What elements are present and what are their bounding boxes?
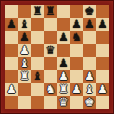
square-e7[interactable] <box>57 18 70 31</box>
piece-black-pawn: ♟ <box>58 57 68 70</box>
square-h6[interactable] <box>96 31 109 44</box>
square-d5[interactable]: ♛ <box>44 44 57 57</box>
chess-board: ♜♜♚♟♝♟♟♟♟♟♞♟♛♝♟♜♝♟♟♟♞♜♟♝♟♛♚ <box>5 5 109 109</box>
square-a1[interactable] <box>5 96 18 109</box>
square-g1[interactable]: ♚ <box>83 96 96 109</box>
piece-black-pawn: ♟ <box>84 18 94 31</box>
piece-white-king: ♚ <box>84 96 94 109</box>
square-b1[interactable] <box>18 96 31 109</box>
piece-white-pawn: ♟ <box>58 70 68 83</box>
square-c4[interactable] <box>31 57 44 70</box>
square-a7[interactable]: ♟ <box>5 18 18 31</box>
piece-white-queen: ♛ <box>58 96 68 109</box>
square-h3[interactable] <box>96 70 109 83</box>
square-d7[interactable] <box>44 18 57 31</box>
square-e8[interactable] <box>57 5 70 18</box>
square-e4[interactable]: ♟ <box>57 57 70 70</box>
square-f8[interactable] <box>70 5 83 18</box>
piece-black-queen: ♛ <box>45 44 55 57</box>
piece-black-pawn: ♟ <box>97 18 107 31</box>
square-e6[interactable]: ♟ <box>57 31 70 44</box>
square-d1[interactable] <box>44 96 57 109</box>
piece-white-pawn: ♟ <box>19 44 29 57</box>
piece-black-bishop: ♝ <box>32 70 42 83</box>
piece-black-pawn: ♟ <box>6 18 16 31</box>
square-e5[interactable] <box>57 44 70 57</box>
square-d6[interactable] <box>44 31 57 44</box>
square-d4[interactable] <box>44 57 57 70</box>
piece-black-king: ♚ <box>84 5 94 18</box>
square-g4[interactable] <box>83 57 96 70</box>
piece-black-knight: ♞ <box>71 31 81 44</box>
square-h8[interactable] <box>96 5 109 18</box>
square-f1[interactable] <box>70 96 83 109</box>
square-b6[interactable]: ♟ <box>18 31 31 44</box>
piece-white-rook: ♜ <box>58 83 68 96</box>
chess-screenshot: ♜♜♚♟♝♟♟♟♟♟♞♟♛♝♟♜♝♟♟♟♞♜♟♝♟♛♚ <box>0 0 114 114</box>
piece-black-pawn: ♟ <box>58 31 68 44</box>
piece-black-pawn: ♟ <box>71 18 81 31</box>
piece-white-knight: ♞ <box>45 83 55 96</box>
square-a8[interactable] <box>5 5 18 18</box>
square-c8[interactable]: ♜ <box>31 5 44 18</box>
square-a6[interactable] <box>5 31 18 44</box>
square-a2[interactable]: ♟ <box>5 83 18 96</box>
square-d3[interactable] <box>44 70 57 83</box>
piece-white-pawn: ♟ <box>84 70 94 83</box>
square-a3[interactable] <box>5 70 18 83</box>
square-h5[interactable] <box>96 44 109 57</box>
piece-white-pawn: ♟ <box>97 83 107 96</box>
square-f7[interactable]: ♟ <box>70 18 83 31</box>
square-f3[interactable] <box>70 70 83 83</box>
square-f6[interactable]: ♞ <box>70 31 83 44</box>
piece-black-rook: ♜ <box>45 5 55 18</box>
piece-white-bishop: ♝ <box>19 57 29 70</box>
piece-black-rook: ♜ <box>32 5 42 18</box>
square-c1[interactable] <box>31 96 44 109</box>
piece-white-rook: ♜ <box>19 70 29 83</box>
piece-white-pawn: ♟ <box>71 83 81 96</box>
square-e3[interactable]: ♟ <box>57 70 70 83</box>
square-f2[interactable]: ♟ <box>70 83 83 96</box>
square-g3[interactable]: ♟ <box>83 70 96 83</box>
square-b8[interactable] <box>18 5 31 18</box>
square-d2[interactable]: ♞ <box>44 83 57 96</box>
square-c6[interactable] <box>31 31 44 44</box>
square-h4[interactable] <box>96 57 109 70</box>
square-c3[interactable]: ♝ <box>31 70 44 83</box>
piece-black-pawn: ♟ <box>19 31 29 44</box>
square-g7[interactable]: ♟ <box>83 18 96 31</box>
square-h7[interactable]: ♟ <box>96 18 109 31</box>
square-d8[interactable]: ♜ <box>44 5 57 18</box>
square-b4[interactable]: ♝ <box>18 57 31 70</box>
square-a4[interactable] <box>5 57 18 70</box>
square-b2[interactable] <box>18 83 31 96</box>
piece-white-bishop: ♝ <box>84 83 94 96</box>
square-h1[interactable] <box>96 96 109 109</box>
square-b5[interactable]: ♟ <box>18 44 31 57</box>
square-c5[interactable] <box>31 44 44 57</box>
square-b7[interactable]: ♝ <box>18 18 31 31</box>
square-f4[interactable] <box>70 57 83 70</box>
square-h2[interactable]: ♟ <box>96 83 109 96</box>
square-c2[interactable] <box>31 83 44 96</box>
square-g6[interactable] <box>83 31 96 44</box>
square-b3[interactable]: ♜ <box>18 70 31 83</box>
square-a5[interactable] <box>5 44 18 57</box>
piece-white-pawn: ♟ <box>6 83 16 96</box>
square-f5[interactable] <box>70 44 83 57</box>
square-g8[interactable]: ♚ <box>83 5 96 18</box>
square-g2[interactable]: ♝ <box>83 83 96 96</box>
square-e2[interactable]: ♜ <box>57 83 70 96</box>
square-g5[interactable] <box>83 44 96 57</box>
piece-black-bishop: ♝ <box>19 18 29 31</box>
square-c7[interactable] <box>31 18 44 31</box>
square-e1[interactable]: ♛ <box>57 96 70 109</box>
